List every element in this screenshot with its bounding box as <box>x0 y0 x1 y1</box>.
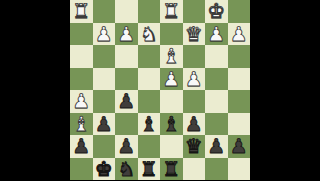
square-c4[interactable]: ♟ <box>183 68 206 91</box>
square-a3[interactable] <box>228 45 251 68</box>
square-a8[interactable] <box>228 158 251 181</box>
right-letterbox-bar <box>250 0 320 180</box>
white-king-piece[interactable]: ♚ <box>207 0 225 23</box>
square-c1[interactable] <box>183 0 206 23</box>
square-e3[interactable] <box>138 45 161 68</box>
black-pawn-piece[interactable]: ♟ <box>95 113 113 136</box>
square-e4[interactable] <box>138 68 161 91</box>
white-pawn-piece[interactable]: ♟ <box>72 90 90 113</box>
square-g2[interactable]: ♟ <box>93 23 116 46</box>
square-f8[interactable]: ♞ <box>115 158 138 181</box>
square-d1[interactable]: ♜ <box>160 0 183 23</box>
square-b1[interactable]: ♚ <box>205 0 228 23</box>
square-c6[interactable]: ♟ <box>183 113 206 136</box>
square-h2[interactable] <box>70 23 93 46</box>
square-a7[interactable]: ♟ <box>228 135 251 158</box>
black-pawn-piece[interactable]: ♟ <box>185 113 203 136</box>
square-h8[interactable] <box>70 158 93 181</box>
square-g3[interactable] <box>93 45 116 68</box>
square-b3[interactable] <box>205 45 228 68</box>
black-pawn-piece[interactable]: ♟ <box>230 135 248 158</box>
square-f1[interactable] <box>115 0 138 23</box>
square-d6[interactable]: ♝ <box>160 113 183 136</box>
square-a2[interactable]: ♟ <box>228 23 251 46</box>
white-pawn-piece[interactable]: ♟ <box>230 23 248 46</box>
square-e5[interactable] <box>138 90 161 113</box>
square-e2[interactable]: ♞ <box>138 23 161 46</box>
square-e8[interactable]: ♜ <box>138 158 161 181</box>
square-g5[interactable] <box>93 90 116 113</box>
white-pawn-piece[interactable]: ♟ <box>207 23 225 46</box>
square-h3[interactable] <box>70 45 93 68</box>
white-rook-piece[interactable]: ♜ <box>162 0 180 23</box>
chess-app-stage: ♜♜♚♟♟♞♛♟♟♝♟♟♟♟♝♟♝♝♟♟♟♛♟♟♚♞♜♜ <box>0 0 320 180</box>
square-h1[interactable]: ♜ <box>70 0 93 23</box>
black-king-piece[interactable]: ♚ <box>95 158 113 181</box>
white-rook-piece[interactable]: ♜ <box>72 0 90 23</box>
square-g4[interactable] <box>93 68 116 91</box>
black-bishop-piece[interactable]: ♝ <box>162 113 180 136</box>
black-pawn-piece[interactable]: ♟ <box>117 90 135 113</box>
square-b7[interactable]: ♟ <box>205 135 228 158</box>
white-bishop-piece[interactable]: ♝ <box>72 113 90 136</box>
white-bishop-piece[interactable]: ♝ <box>162 45 180 68</box>
square-g7[interactable] <box>93 135 116 158</box>
square-d8[interactable]: ♜ <box>160 158 183 181</box>
square-h4[interactable] <box>70 68 93 91</box>
square-c7[interactable]: ♛ <box>183 135 206 158</box>
square-f4[interactable] <box>115 68 138 91</box>
square-c2[interactable]: ♛ <box>183 23 206 46</box>
white-queen-piece[interactable]: ♛ <box>185 23 203 46</box>
black-rook-piece[interactable]: ♜ <box>140 158 158 181</box>
black-bishop-piece[interactable]: ♝ <box>140 113 158 136</box>
white-pawn-piece[interactable]: ♟ <box>185 68 203 91</box>
square-h5[interactable]: ♟ <box>70 90 93 113</box>
square-b2[interactable]: ♟ <box>205 23 228 46</box>
black-queen-piece[interactable]: ♛ <box>185 135 203 158</box>
black-pawn-piece[interactable]: ♟ <box>72 135 90 158</box>
square-a4[interactable] <box>228 68 251 91</box>
square-b6[interactable] <box>205 113 228 136</box>
black-pawn-piece[interactable]: ♟ <box>207 135 225 158</box>
white-pawn-piece[interactable]: ♟ <box>117 23 135 46</box>
square-g6[interactable]: ♟ <box>93 113 116 136</box>
white-knight-piece[interactable]: ♞ <box>140 23 158 46</box>
square-b5[interactable] <box>205 90 228 113</box>
square-a1[interactable] <box>228 0 251 23</box>
square-e1[interactable] <box>138 0 161 23</box>
white-pawn-piece[interactable]: ♟ <box>162 68 180 91</box>
square-f6[interactable] <box>115 113 138 136</box>
square-h6[interactable]: ♝ <box>70 113 93 136</box>
square-f3[interactable] <box>115 45 138 68</box>
square-d2[interactable] <box>160 23 183 46</box>
black-rook-piece[interactable]: ♜ <box>162 158 180 181</box>
square-e7[interactable] <box>138 135 161 158</box>
white-pawn-piece[interactable]: ♟ <box>95 23 113 46</box>
square-a5[interactable] <box>228 90 251 113</box>
black-knight-piece[interactable]: ♞ <box>117 158 135 181</box>
square-c3[interactable] <box>183 45 206 68</box>
square-f7[interactable]: ♟ <box>115 135 138 158</box>
square-b8[interactable] <box>205 158 228 181</box>
square-e6[interactable]: ♝ <box>138 113 161 136</box>
square-d7[interactable] <box>160 135 183 158</box>
square-f5[interactable]: ♟ <box>115 90 138 113</box>
left-letterbox-bar <box>0 0 70 180</box>
black-pawn-piece[interactable]: ♟ <box>117 135 135 158</box>
square-d5[interactable] <box>160 90 183 113</box>
square-b4[interactable] <box>205 68 228 91</box>
square-c5[interactable] <box>183 90 206 113</box>
square-g1[interactable] <box>93 0 116 23</box>
square-g8[interactable]: ♚ <box>93 158 116 181</box>
square-d3[interactable]: ♝ <box>160 45 183 68</box>
square-f2[interactable]: ♟ <box>115 23 138 46</box>
square-a6[interactable] <box>228 113 251 136</box>
square-d4[interactable]: ♟ <box>160 68 183 91</box>
square-c8[interactable] <box>183 158 206 181</box>
square-h7[interactable]: ♟ <box>70 135 93 158</box>
chess-board: ♜♜♚♟♟♞♛♟♟♝♟♟♟♟♝♟♝♝♟♟♟♛♟♟♚♞♜♜ <box>70 0 250 180</box>
